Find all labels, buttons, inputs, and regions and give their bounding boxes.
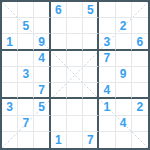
cell-r1c4[interactable]: 6 xyxy=(51,2,67,18)
cell-r3c7[interactable]: 3 xyxy=(99,34,115,50)
cell-r2c4[interactable] xyxy=(51,18,67,34)
cell-r7c1[interactable]: 3 xyxy=(2,99,18,115)
cell-r6c6[interactable] xyxy=(83,83,99,99)
cell-r6c3[interactable]: 7 xyxy=(34,83,50,99)
cell-r8c1[interactable] xyxy=(2,116,18,132)
cell-r7c8[interactable] xyxy=(116,99,132,115)
cell-r2c2[interactable]: 5 xyxy=(18,18,34,34)
cell-r8c6[interactable] xyxy=(83,116,99,132)
cell-r1c6[interactable]: 5 xyxy=(83,2,99,18)
cell-r4c6[interactable] xyxy=(83,51,99,67)
cell-r7c4[interactable] xyxy=(51,99,67,115)
cell-r6c5[interactable] xyxy=(67,83,83,99)
cell-r3c4[interactable] xyxy=(51,34,67,50)
cell-r5c8[interactable]: 9 xyxy=(116,67,132,83)
cell-r5c2[interactable]: 3 xyxy=(18,67,34,83)
cell-r3c6[interactable] xyxy=(83,34,99,50)
cell-r7c5[interactable] xyxy=(67,99,83,115)
cell-r3c8[interactable] xyxy=(116,34,132,50)
cell-r5c4[interactable] xyxy=(51,67,67,83)
cell-r5c6[interactable] xyxy=(83,67,99,83)
cell-r1c1[interactable] xyxy=(2,2,18,18)
cell-r5c7[interactable] xyxy=(99,67,115,83)
cell-r4c4[interactable] xyxy=(51,51,67,67)
cell-r9c7[interactable] xyxy=(99,132,115,148)
cell-r7c3[interactable]: 5 xyxy=(34,99,50,115)
cell-r6c4[interactable] xyxy=(51,83,67,99)
cell-r4c7[interactable]: 7 xyxy=(99,51,115,67)
cell-r9c6[interactable]: 7 xyxy=(83,132,99,148)
cell-r6c8[interactable] xyxy=(116,83,132,99)
cell-r7c2[interactable] xyxy=(18,99,34,115)
cell-r4c1[interactable] xyxy=(2,51,18,67)
cell-r2c5[interactable] xyxy=(67,18,83,34)
cell-r8c2[interactable]: 7 xyxy=(18,116,34,132)
cell-r1c8[interactable] xyxy=(116,2,132,18)
cell-r3c5[interactable] xyxy=(67,34,83,50)
sudoku-grid: 6552193647397435127417 xyxy=(2,2,148,148)
cell-r7c6[interactable] xyxy=(83,99,99,115)
cell-r4c3[interactable]: 4 xyxy=(34,51,50,67)
cell-r3c9[interactable]: 6 xyxy=(132,34,148,50)
cell-r5c1[interactable] xyxy=(2,67,18,83)
cell-r4c8[interactable] xyxy=(116,51,132,67)
cell-r5c3[interactable] xyxy=(34,67,50,83)
cell-r1c7[interactable] xyxy=(99,2,115,18)
cell-r3c1[interactable]: 1 xyxy=(2,34,18,50)
cell-r3c3[interactable]: 9 xyxy=(34,34,50,50)
cell-r7c9[interactable]: 2 xyxy=(132,99,148,115)
cell-r3c2[interactable] xyxy=(18,34,34,50)
cell-r8c7[interactable] xyxy=(99,116,115,132)
cell-r4c9[interactable] xyxy=(132,51,148,67)
cell-r6c2[interactable] xyxy=(18,83,34,99)
cell-r2c7[interactable] xyxy=(99,18,115,34)
cell-r8c4[interactable] xyxy=(51,116,67,132)
sudoku-board: 6552193647397435127417 xyxy=(0,0,150,150)
cell-r2c3[interactable] xyxy=(34,18,50,34)
cell-r2c9[interactable] xyxy=(132,18,148,34)
cell-r9c9[interactable] xyxy=(132,132,148,148)
cell-r9c3[interactable] xyxy=(34,132,50,148)
cell-r8c3[interactable] xyxy=(34,116,50,132)
cell-r2c1[interactable] xyxy=(2,18,18,34)
cell-r4c2[interactable] xyxy=(18,51,34,67)
cell-r5c9[interactable] xyxy=(132,67,148,83)
cell-r7c7[interactable]: 1 xyxy=(99,99,115,115)
cell-r2c6[interactable] xyxy=(83,18,99,34)
cell-r8c8[interactable]: 4 xyxy=(116,116,132,132)
cell-r5c5[interactable] xyxy=(67,67,83,83)
cell-r4c5[interactable] xyxy=(67,51,83,67)
cell-r1c3[interactable] xyxy=(34,2,50,18)
cell-r1c9[interactable] xyxy=(132,2,148,18)
cell-r6c9[interactable] xyxy=(132,83,148,99)
cell-r9c8[interactable] xyxy=(116,132,132,148)
cell-r9c5[interactable] xyxy=(67,132,83,148)
cell-r6c7[interactable]: 4 xyxy=(99,83,115,99)
cell-r9c4[interactable]: 1 xyxy=(51,132,67,148)
cell-r9c1[interactable] xyxy=(2,132,18,148)
cell-r2c8[interactable]: 2 xyxy=(116,18,132,34)
cell-r1c5[interactable] xyxy=(67,2,83,18)
cell-r1c2[interactable] xyxy=(18,2,34,18)
cell-r9c2[interactable] xyxy=(18,132,34,148)
cell-r6c1[interactable] xyxy=(2,83,18,99)
cell-r8c5[interactable] xyxy=(67,116,83,132)
cell-r8c9[interactable] xyxy=(132,116,148,132)
